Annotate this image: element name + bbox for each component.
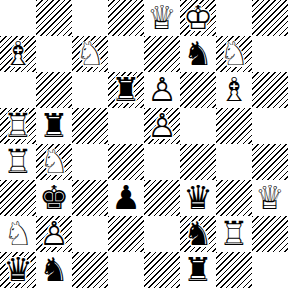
black-rook-halo: ♜ (180, 252, 216, 288)
black-knight-halo: ♞ (180, 216, 216, 252)
square-b4[interactable]: ♞♘ (36, 144, 72, 180)
square-e8[interactable]: ♛♕ (144, 0, 180, 36)
square-c5[interactable] (72, 108, 108, 144)
square-d2[interactable] (108, 216, 144, 252)
square-e2[interactable] (144, 216, 180, 252)
square-a3[interactable] (0, 180, 36, 216)
black-rook: ♜ (180, 252, 216, 288)
black-knight: ♞ (180, 216, 216, 252)
white-knight: ♘ (72, 36, 108, 72)
square-e5[interactable]: ♟♙ (144, 108, 180, 144)
square-d7[interactable] (108, 36, 144, 72)
square-b5[interactable]: ♜♜ (36, 108, 72, 144)
chessboard: ♛♕♚♔♝♗♞♘♞♞♞♘♜♜♟♙♝♗♜♖♜♜♟♙♜♖♞♘♚♚♟♟♛♛♛♕♞♘♟♙… (0, 0, 288, 288)
square-b7[interactable] (36, 36, 72, 72)
black-queen-halo: ♛ (0, 252, 36, 288)
black-pawn-halo: ♟ (108, 180, 144, 216)
square-e1[interactable] (144, 252, 180, 288)
white-pawn-halo: ♟ (144, 72, 180, 108)
black-knight-halo: ♞ (180, 36, 216, 72)
square-c8[interactable] (72, 0, 108, 36)
white-knight-halo: ♞ (36, 144, 72, 180)
square-h3[interactable]: ♛♕ (252, 180, 288, 216)
white-king-halo: ♚ (180, 0, 216, 36)
black-queen: ♛ (0, 252, 36, 288)
square-e3[interactable] (144, 180, 180, 216)
square-e7[interactable] (144, 36, 180, 72)
square-h7[interactable] (252, 36, 288, 72)
black-king: ♚ (36, 180, 72, 216)
black-queen-halo: ♛ (180, 180, 216, 216)
black-queen: ♛ (180, 180, 216, 216)
square-a5[interactable]: ♜♖ (0, 108, 36, 144)
square-a1[interactable]: ♛♛ (0, 252, 36, 288)
white-knight-halo: ♞ (216, 36, 252, 72)
white-knight-halo: ♞ (72, 36, 108, 72)
square-d1[interactable] (108, 252, 144, 288)
square-c1[interactable] (72, 252, 108, 288)
white-pawn: ♙ (144, 108, 180, 144)
square-a4[interactable]: ♜♖ (0, 144, 36, 180)
square-a7[interactable]: ♝♗ (0, 36, 36, 72)
white-knight-halo: ♞ (0, 216, 36, 252)
square-d3[interactable]: ♟♟ (108, 180, 144, 216)
square-g8[interactable] (216, 0, 252, 36)
square-h6[interactable] (252, 72, 288, 108)
white-knight: ♘ (216, 36, 252, 72)
black-rook: ♜ (108, 72, 144, 108)
black-knight: ♞ (180, 36, 216, 72)
square-g1[interactable] (216, 252, 252, 288)
square-d4[interactable] (108, 144, 144, 180)
black-knight-halo: ♞ (36, 252, 72, 288)
square-f2[interactable]: ♞♞ (180, 216, 216, 252)
square-b1[interactable]: ♞♞ (36, 252, 72, 288)
white-queen-halo: ♛ (252, 180, 288, 216)
square-a2[interactable]: ♞♘ (0, 216, 36, 252)
black-pawn: ♟ (108, 180, 144, 216)
white-rook-halo: ♜ (216, 216, 252, 252)
square-d8[interactable] (108, 0, 144, 36)
square-c2[interactable] (72, 216, 108, 252)
square-h1[interactable] (252, 252, 288, 288)
white-rook: ♖ (0, 108, 36, 144)
white-knight: ♘ (0, 216, 36, 252)
square-c4[interactable] (72, 144, 108, 180)
square-h4[interactable] (252, 144, 288, 180)
square-c3[interactable] (72, 180, 108, 216)
square-h2[interactable] (252, 216, 288, 252)
white-queen: ♕ (252, 180, 288, 216)
white-king: ♔ (180, 0, 216, 36)
square-b3[interactable]: ♚♚ (36, 180, 72, 216)
white-pawn-halo: ♟ (36, 216, 72, 252)
white-queen: ♕ (144, 0, 180, 36)
square-g6[interactable]: ♝♗ (216, 72, 252, 108)
square-f3[interactable]: ♛♛ (180, 180, 216, 216)
white-bishop-halo: ♝ (216, 72, 252, 108)
chessboard-container: ♛♕♚♔♝♗♞♘♞♞♞♘♜♜♟♙♝♗♜♖♜♜♟♙♜♖♞♘♚♚♟♟♛♛♛♕♞♘♟♙… (0, 0, 288, 288)
square-g7[interactable]: ♞♘ (216, 36, 252, 72)
square-b6[interactable] (36, 72, 72, 108)
square-f8[interactable]: ♚♔ (180, 0, 216, 36)
white-queen-halo: ♛ (144, 0, 180, 36)
white-rook-halo: ♜ (0, 144, 36, 180)
white-rook: ♖ (0, 144, 36, 180)
white-bishop-halo: ♝ (0, 36, 36, 72)
square-b2[interactable]: ♟♙ (36, 216, 72, 252)
white-bishop: ♗ (216, 72, 252, 108)
white-knight: ♘ (36, 144, 72, 180)
white-pawn: ♙ (144, 72, 180, 108)
square-d5[interactable] (108, 108, 144, 144)
black-rook-halo: ♜ (108, 72, 144, 108)
square-e4[interactable] (144, 144, 180, 180)
square-g3[interactable] (216, 180, 252, 216)
square-a6[interactable] (0, 72, 36, 108)
square-d6[interactable]: ♜♜ (108, 72, 144, 108)
black-knight: ♞ (36, 252, 72, 288)
white-bishop: ♗ (0, 36, 36, 72)
white-rook: ♖ (216, 216, 252, 252)
white-rook-halo: ♜ (0, 108, 36, 144)
white-pawn-halo: ♟ (144, 108, 180, 144)
square-h5[interactable] (252, 108, 288, 144)
black-rook-halo: ♜ (36, 108, 72, 144)
square-e6[interactable]: ♟♙ (144, 72, 180, 108)
square-f4[interactable] (180, 144, 216, 180)
white-pawn: ♙ (36, 216, 72, 252)
black-rook: ♜ (36, 108, 72, 144)
square-f5[interactable] (180, 108, 216, 144)
square-h8[interactable] (252, 0, 288, 36)
square-c6[interactable] (72, 72, 108, 108)
square-a8[interactable] (0, 0, 36, 36)
square-g4[interactable] (216, 144, 252, 180)
square-f6[interactable] (180, 72, 216, 108)
square-g5[interactable] (216, 108, 252, 144)
black-king-halo: ♚ (36, 180, 72, 216)
square-f7[interactable]: ♞♞ (180, 36, 216, 72)
square-f1[interactable]: ♜♜ (180, 252, 216, 288)
square-c7[interactable]: ♞♘ (72, 36, 108, 72)
square-g2[interactable]: ♜♖ (216, 216, 252, 252)
square-b8[interactable] (36, 0, 72, 36)
